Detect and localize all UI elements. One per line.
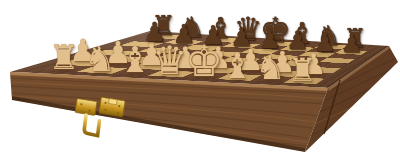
- latch-loop: [84, 115, 100, 136]
- chess-set-photo: ♜♞♝♛♚♝♞♜♟♟♟♟♟♟♟♟♟♟♟♟♟♟♟♟♜♞♝♛♚♝♞♜: [0, 0, 400, 160]
- piece-white-queen[interactable]: ♛: [152, 41, 187, 80]
- piece-white-bishop[interactable]: ♝: [222, 49, 253, 84]
- piece-white-knight[interactable]: ♞: [84, 42, 115, 77]
- latch-main-plate: [99, 97, 125, 117]
- latch-left-plate: [75, 99, 97, 116]
- piece-white-rook[interactable]: ♜: [288, 55, 317, 87]
- piece-white-rook[interactable]: ♜: [49, 40, 79, 74]
- piece-white-king[interactable]: ♚: [185, 40, 223, 82]
- piece-black-pawn[interactable]: ♟: [340, 32, 362, 57]
- piece-white-bishop[interactable]: ♝: [119, 43, 151, 79]
- piece-white-knight[interactable]: ♞: [255, 52, 285, 85]
